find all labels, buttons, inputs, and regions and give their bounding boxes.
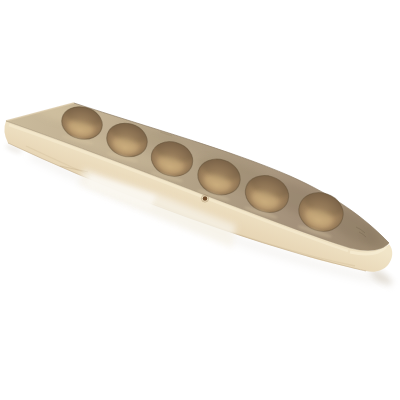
mancala-photo-canvas [0,0,400,400]
mancala-board[interactable] [4,96,392,272]
product-photo [0,0,400,400]
